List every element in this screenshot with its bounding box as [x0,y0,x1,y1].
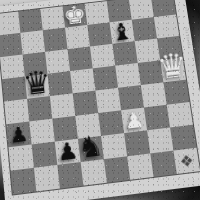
piece-white-king-d8[interactable]: ♚ [62,1,87,28]
piece-black-pawn-c2[interactable]: ♟ [56,139,79,165]
board-edge-markings: ılıılıllı [184,27,192,50]
piece-black-bishop-f7[interactable]: ♝ [110,18,135,44]
piece-black-knight-d2[interactable]: ♞ [76,131,105,162]
board-frame: ♚ ♝ ♛ ♛ ♟ ♟ ♟ ♞ ❖ ılıılıllı [0,0,200,200]
piece-white-queen-h5[interactable]: ♛ [155,48,190,84]
chess-board[interactable]: ♚ ♝ ♛ ♛ ♟ ♟ ♟ ♞ ❖ [0,0,200,194]
corner-ornament-icon: ❖ [179,152,195,169]
board-perspective-wrapper: ♚ ♝ ♛ ♛ ♟ ♟ ♟ ♞ ❖ ılıılıllı [0,0,200,200]
piece-black-pawn-a3[interactable]: ♟ [9,124,30,147]
chessboard-photo: ♚ ♝ ♛ ♛ ♟ ♟ ♟ ♞ ❖ ılıılıllı [0,0,200,200]
piece-white-pawn-f3[interactable]: ♟ [123,109,146,133]
piece-black-queen-b5[interactable]: ♛ [21,66,53,100]
